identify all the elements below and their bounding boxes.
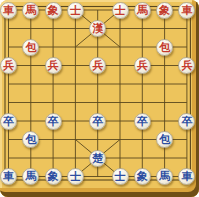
piece-char: 馬 [159,171,170,182]
piece-char: 卒 [181,115,192,126]
piece-han-horse-b10[interactable]: 馬 [22,2,39,19]
piece-char: 馬 [25,4,36,15]
piece-char: 卒 [92,115,103,126]
piece-han-elephant-h10[interactable]: 象 [156,2,173,19]
piece-cho-soldier-e4[interactable]: 卒 [89,113,106,130]
piece-char: 漢 [92,23,103,34]
piece-cho-chariot-a1[interactable]: 車 [0,168,17,185]
piece-han-guard-f10[interactable]: 士 [112,2,129,19]
piece-char: 士 [70,171,81,182]
piece-cho-cannon-h3[interactable]: 包 [156,131,173,148]
piece-char: 兵 [181,60,192,71]
piece-char: 卒 [137,115,148,126]
piece-cho-elephant-g1[interactable]: 象 [134,168,151,185]
piece-char: 士 [70,4,81,15]
piece-char: 兵 [92,60,103,71]
piece-char: 車 [3,4,14,15]
piece-cho-soldier-i4[interactable]: 卒 [178,113,195,130]
janggi-board[interactable]: 車馬象士士馬象車漢包包兵兵兵兵兵卒卒卒卒卒包包楚車馬象士士象馬車 [0,0,199,197]
piece-char: 象 [48,4,59,15]
piece-char: 車 [181,171,192,182]
piece-cho-soldier-a4[interactable]: 卒 [0,113,17,130]
piece-char: 車 [3,171,14,182]
piece-han-soldier-a7[interactable]: 兵 [0,57,17,74]
piece-han-chariot-a10[interactable]: 車 [0,2,17,19]
piece-char: 象 [137,171,148,182]
piece-han-soldier-c7[interactable]: 兵 [45,57,62,74]
piece-char: 象 [159,4,170,15]
piece-cho-horse-h1[interactable]: 馬 [156,168,173,185]
janggi-board-screenshot: 車馬象士士馬象車漢包包兵兵兵兵兵卒卒卒卒卒包包楚車馬象士士象馬車 [0,0,199,197]
piece-han-chariot-i10[interactable]: 車 [178,2,195,19]
piece-char: 兵 [3,60,14,71]
piece-char: 馬 [25,171,36,182]
piece-char: 車 [181,4,192,15]
piece-char: 馬 [137,4,148,15]
piece-char: 兵 [137,60,148,71]
piece-han-horse-g10[interactable]: 馬 [134,2,151,19]
piece-han-cannon-b8[interactable]: 包 [22,39,39,56]
piece-char: 包 [159,134,170,145]
piece-char: 楚 [92,152,103,163]
piece-char: 兵 [48,60,59,71]
piece-cho-guard-d1[interactable]: 士 [67,168,84,185]
piece-char: 包 [159,41,170,52]
piece-char: 士 [115,171,126,182]
piece-char: 包 [25,41,36,52]
piece-han-guard-d10[interactable]: 士 [67,2,84,19]
piece-char: 象 [48,171,59,182]
piece-cho-guard-f1[interactable]: 士 [112,168,129,185]
piece-char: 卒 [3,115,14,126]
piece-han-elephant-c10[interactable]: 象 [45,2,62,19]
piece-char: 包 [25,134,36,145]
piece-cho-soldier-g4[interactable]: 卒 [134,113,151,130]
piece-han-cannon-h8[interactable]: 包 [156,39,173,56]
piece-han-soldier-g7[interactable]: 兵 [134,57,151,74]
piece-cho-soldier-c4[interactable]: 卒 [45,113,62,130]
piece-char: 士 [115,4,126,15]
piece-cho-elephant-c1[interactable]: 象 [45,168,62,185]
piece-cho-general-e2[interactable]: 楚 [89,150,106,167]
piece-char: 卒 [48,115,59,126]
